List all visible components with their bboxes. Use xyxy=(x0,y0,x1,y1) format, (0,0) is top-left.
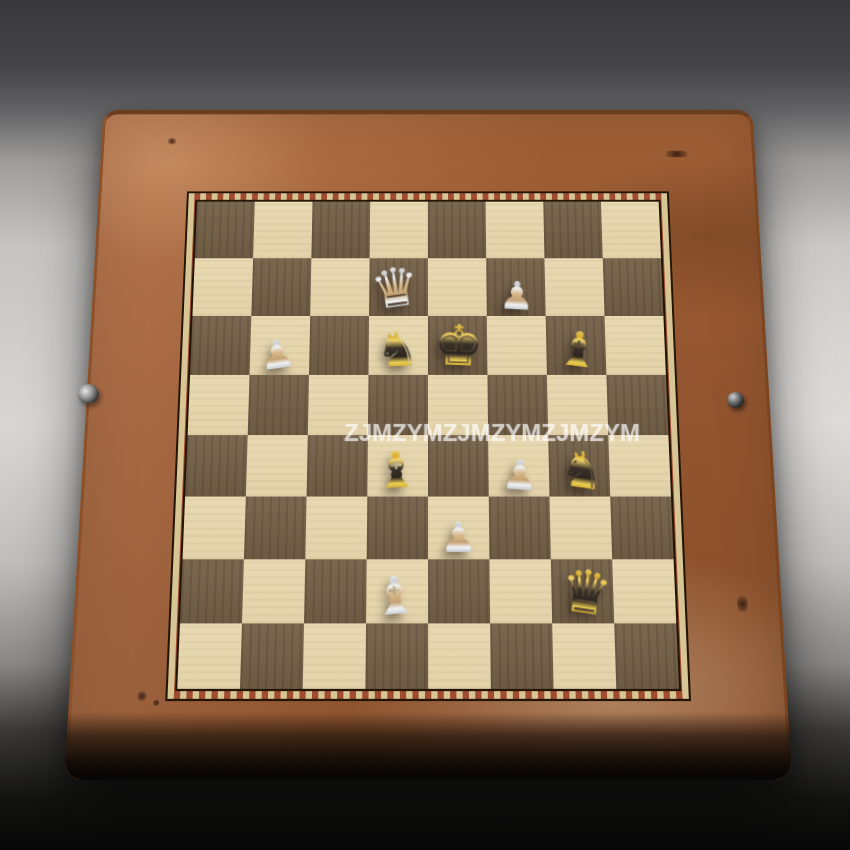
square-a6[interactable] xyxy=(190,316,251,375)
square-h2[interactable] xyxy=(612,559,676,623)
gold-bishop[interactable]: ♝ xyxy=(547,323,611,378)
gold-queen[interactable]: ♛ xyxy=(552,559,620,627)
square-e6[interactable]: ♚ xyxy=(428,316,488,375)
square-a3[interactable] xyxy=(183,497,246,560)
square-c6[interactable] xyxy=(309,316,369,375)
decorative-inlay-border: ♛♟♟♞♚♝♝♟♞♟♝♛ xyxy=(165,191,691,701)
square-h5[interactable] xyxy=(606,375,668,435)
square-c5[interactable] xyxy=(308,375,369,435)
silver-pawn[interactable]: ♟ xyxy=(487,275,547,317)
square-a8[interactable] xyxy=(195,202,255,259)
silver-bishop[interactable]: ♝ xyxy=(363,567,429,625)
square-c1[interactable] xyxy=(303,623,366,689)
gold-knight[interactable]: ♞ xyxy=(549,441,615,499)
square-d4[interactable]: ♝ xyxy=(367,435,428,496)
square-b7[interactable] xyxy=(251,258,311,316)
silver-pawn[interactable]: ♟ xyxy=(246,331,309,378)
square-g8[interactable] xyxy=(543,202,602,259)
square-d5[interactable] xyxy=(368,375,428,435)
square-b6[interactable]: ♟ xyxy=(250,316,311,375)
square-h4[interactable] xyxy=(608,435,671,496)
silver-pawn[interactable]: ♟ xyxy=(489,453,551,497)
square-a7[interactable] xyxy=(192,258,253,316)
square-h8[interactable] xyxy=(601,202,661,259)
square-d7[interactable]: ♛ xyxy=(369,258,428,316)
square-e2[interactable] xyxy=(428,559,490,623)
square-c2[interactable] xyxy=(304,559,367,623)
square-f7[interactable]: ♟ xyxy=(486,258,545,316)
square-f5[interactable] xyxy=(487,375,548,435)
square-f4[interactable]: ♟ xyxy=(488,435,549,496)
gold-knight[interactable]: ♞ xyxy=(367,325,428,375)
square-g2[interactable]: ♛ xyxy=(551,559,614,623)
square-f6[interactable] xyxy=(487,316,547,375)
square-e8[interactable] xyxy=(428,202,486,259)
square-b5[interactable] xyxy=(248,375,309,435)
square-h6[interactable] xyxy=(605,316,666,375)
gold-king[interactable]: ♚ xyxy=(428,317,489,375)
square-b4[interactable] xyxy=(246,435,308,496)
square-g6[interactable]: ♝ xyxy=(546,316,607,375)
square-g1[interactable] xyxy=(552,623,616,689)
square-c7[interactable] xyxy=(310,258,369,316)
square-a5[interactable] xyxy=(188,375,250,435)
square-d1[interactable] xyxy=(365,623,428,689)
square-f3[interactable] xyxy=(489,497,551,560)
chessboard: ♛♟♟♞♚♝♝♟♞♟♝♛ xyxy=(165,191,691,701)
square-e3[interactable]: ♟ xyxy=(428,497,489,560)
square-h3[interactable] xyxy=(610,497,673,560)
square-a4[interactable] xyxy=(185,435,248,496)
right-side-knob xyxy=(727,392,744,408)
gold-bishop[interactable]: ♝ xyxy=(365,444,428,497)
square-b2[interactable] xyxy=(242,559,305,623)
silver-pawn[interactable]: ♟ xyxy=(428,516,489,558)
square-b1[interactable] xyxy=(240,623,304,689)
square-c4[interactable] xyxy=(307,435,368,496)
square-g7[interactable] xyxy=(544,258,604,316)
square-f1[interactable] xyxy=(490,623,553,689)
scene: ♛♟♟♞♚♝♝♟♞♟♝♛ xyxy=(0,0,850,850)
square-c3[interactable] xyxy=(305,497,367,560)
square-e1[interactable] xyxy=(428,623,491,689)
wood-knot xyxy=(167,138,177,144)
chessboard-frame: ♛♟♟♞♚♝♝♟♞♟♝♛ xyxy=(64,110,792,780)
board-grid: ♛♟♟♞♚♝♝♟♞♟♝♛ xyxy=(175,200,681,691)
square-d3[interactable] xyxy=(367,497,428,560)
square-f8[interactable] xyxy=(486,202,545,259)
square-d2[interactable]: ♝ xyxy=(366,559,428,623)
square-g3[interactable] xyxy=(550,497,613,560)
square-e5[interactable] xyxy=(428,375,488,435)
square-a1[interactable] xyxy=(177,623,242,689)
square-a2[interactable] xyxy=(180,559,244,623)
square-d6[interactable]: ♞ xyxy=(368,316,427,375)
square-b3[interactable] xyxy=(244,497,307,560)
silver-queen[interactable]: ♛ xyxy=(363,258,428,319)
left-side-knob xyxy=(78,384,99,404)
square-f2[interactable] xyxy=(489,559,552,623)
photo-backdrop: ♛♟♟♞♚♝♝♟♞♟♝♛ ZJMZYMZJMZYMZJMZYM xyxy=(0,0,850,850)
square-b8[interactable] xyxy=(253,202,312,259)
wood-knot xyxy=(137,691,147,701)
square-g4[interactable]: ♞ xyxy=(548,435,610,496)
square-h7[interactable] xyxy=(603,258,664,316)
square-g5[interactable] xyxy=(547,375,608,435)
square-c8[interactable] xyxy=(311,202,370,259)
wood-knot xyxy=(662,151,691,157)
square-h1[interactable] xyxy=(614,623,679,689)
wood-knot xyxy=(737,594,748,613)
square-e4[interactable] xyxy=(428,435,489,496)
square-e7[interactable] xyxy=(428,258,487,316)
square-d8[interactable] xyxy=(370,202,428,259)
